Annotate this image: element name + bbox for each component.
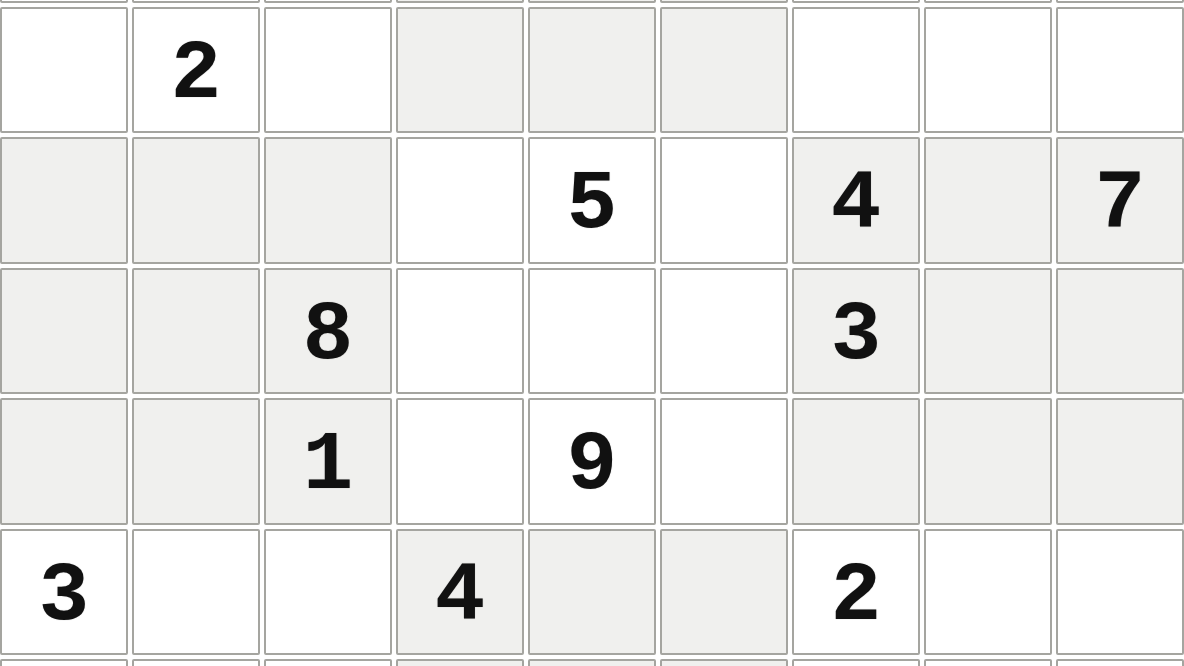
cell-r2c5[interactable]: [528, 0, 656, 3]
cell-r3c1[interactable]: [0, 7, 128, 134]
cell-r5c6[interactable]: [660, 268, 788, 395]
cell-r7c6[interactable]: [660, 529, 788, 656]
cell-r6c4[interactable]: [396, 398, 524, 525]
cell-r2c9[interactable]: [1056, 0, 1184, 3]
cell-r6c8[interactable]: [924, 398, 1052, 525]
cell-r4c3[interactable]: [264, 137, 392, 264]
cell-r5c3[interactable]: 8: [264, 268, 392, 395]
cell-r7c7[interactable]: 2: [792, 529, 920, 656]
cell-r5c1[interactable]: [0, 268, 128, 395]
cell-r6c7[interactable]: [792, 398, 920, 525]
cell-r5c4[interactable]: [396, 268, 524, 395]
cell-r3c9[interactable]: [1056, 7, 1184, 134]
cell-r4c6[interactable]: [660, 137, 788, 264]
cell-r8c9[interactable]: [1056, 659, 1184, 666]
cell-r7c2[interactable]: [132, 529, 260, 656]
cell-r8c7[interactable]: [792, 659, 920, 666]
cell-r4c1[interactable]: [0, 137, 128, 264]
cell-r7c9[interactable]: [1056, 529, 1184, 656]
cell-r3c4[interactable]: [396, 7, 524, 134]
cell-r4c5[interactable]: 5: [528, 137, 656, 264]
given-digit: 9: [567, 424, 617, 508]
cell-r4c2[interactable]: [132, 137, 260, 264]
cell-r2c8[interactable]: [924, 0, 1052, 3]
cell-r4c9[interactable]: 7: [1056, 137, 1184, 264]
cell-r7c1[interactable]: 3: [0, 529, 128, 656]
cell-r5c5[interactable]: [528, 268, 656, 395]
cell-r7c4[interactable]: 4: [396, 529, 524, 656]
cell-r4c4[interactable]: [396, 137, 524, 264]
given-digit: 4: [435, 555, 485, 639]
cell-r2c4[interactable]: [396, 0, 524, 3]
cell-r2c6[interactable]: [660, 0, 788, 3]
cell-r6c6[interactable]: [660, 398, 788, 525]
cell-r7c5[interactable]: [528, 529, 656, 656]
given-digit: 7: [1095, 163, 1145, 247]
cell-r5c2[interactable]: [132, 268, 260, 395]
cell-r2c3[interactable]: [264, 0, 392, 3]
cell-r3c5[interactable]: [528, 7, 656, 134]
cell-r5c7[interactable]: 3: [792, 268, 920, 395]
cell-r8c6[interactable]: [660, 659, 788, 666]
cell-r8c1[interactable]: [0, 659, 128, 666]
sudoku-board-viewport: 25478319342: [0, 0, 1184, 666]
cell-r6c2[interactable]: [132, 398, 260, 525]
cell-r6c9[interactable]: [1056, 398, 1184, 525]
cell-r4c8[interactable]: [924, 137, 1052, 264]
given-digit: 2: [831, 555, 881, 639]
cell-r5c8[interactable]: [924, 268, 1052, 395]
cell-r2c7[interactable]: [792, 0, 920, 3]
cell-r6c3[interactable]: 1: [264, 398, 392, 525]
cell-r8c4[interactable]: [396, 659, 524, 666]
given-digit: 3: [831, 294, 881, 378]
cell-r4c7[interactable]: 4: [792, 137, 920, 264]
cell-r7c3[interactable]: [264, 529, 392, 656]
cell-r6c5[interactable]: 9: [528, 398, 656, 525]
given-digit: 3: [39, 555, 89, 639]
cell-r2c2[interactable]: [132, 0, 260, 3]
cell-r8c3[interactable]: [264, 659, 392, 666]
cell-r3c3[interactable]: [264, 7, 392, 134]
given-digit: 2: [171, 33, 221, 117]
cell-r3c2[interactable]: 2: [132, 7, 260, 134]
cell-r5c9[interactable]: [1056, 268, 1184, 395]
cell-r8c5[interactable]: [528, 659, 656, 666]
cell-r6c1[interactable]: [0, 398, 128, 525]
given-digit: 8: [303, 294, 353, 378]
cell-r3c8[interactable]: [924, 7, 1052, 134]
cell-r2c1[interactable]: [0, 0, 128, 3]
cell-r3c6[interactable]: [660, 7, 788, 134]
given-digit: 5: [567, 163, 617, 247]
cell-r8c8[interactable]: [924, 659, 1052, 666]
cell-r3c7[interactable]: [792, 7, 920, 134]
given-digit: 4: [831, 163, 881, 247]
cell-r8c2[interactable]: [132, 659, 260, 666]
sudoku-board: 25478319342: [0, 0, 1184, 666]
cell-r7c8[interactable]: [924, 529, 1052, 656]
given-digit: 1: [303, 424, 353, 508]
